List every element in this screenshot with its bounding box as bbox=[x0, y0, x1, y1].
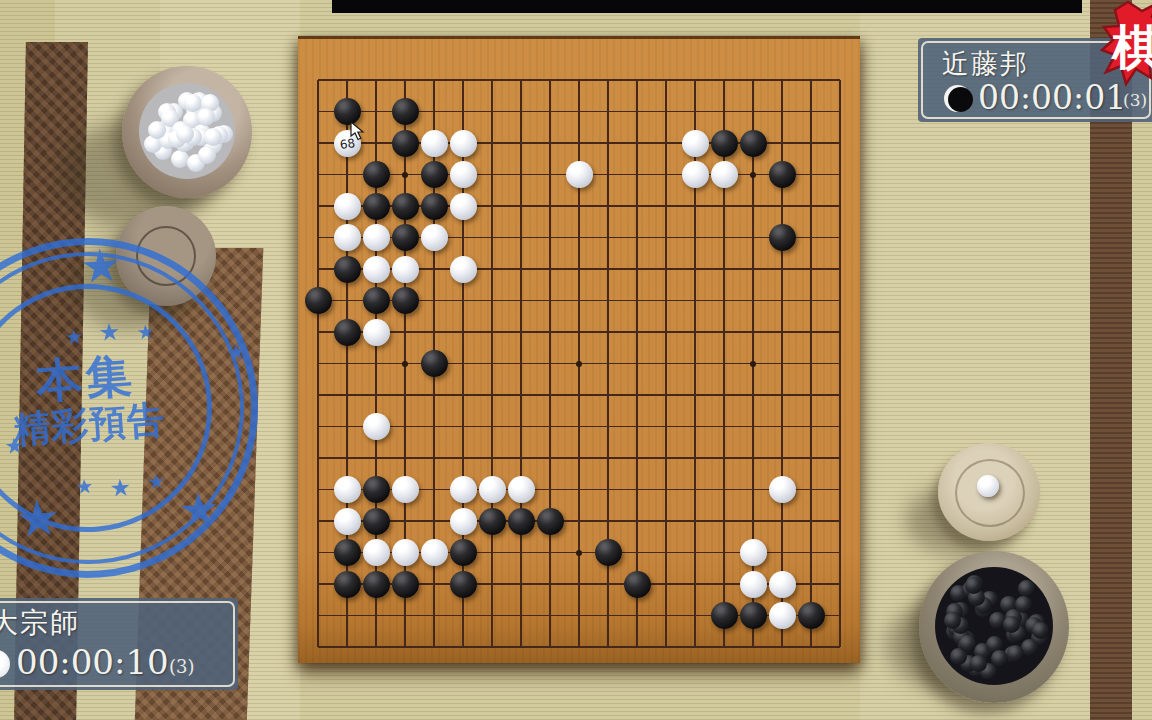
clock-white: 00:00:10 bbox=[16, 642, 169, 682]
white-stone bbox=[450, 476, 477, 503]
star-icon: ★ bbox=[79, 241, 123, 290]
black-stone bbox=[769, 224, 796, 251]
star-icon: ★ bbox=[177, 485, 221, 534]
periods-black: (3) bbox=[1123, 90, 1147, 110]
black-stone bbox=[392, 224, 419, 251]
black-stone bbox=[798, 602, 825, 629]
player-name-white: 大宗師 bbox=[0, 604, 80, 642]
star-point bbox=[402, 361, 408, 367]
episode-preview-stamp: ★ ★ ★ ★ ★ ★ ★ ★ ★ ★ ★ 本集 精彩預告 bbox=[0, 227, 269, 590]
star-icon: ★ bbox=[64, 326, 83, 347]
star-point bbox=[750, 172, 756, 178]
black-stone-in-bowl bbox=[991, 650, 1008, 667]
black-stone bbox=[711, 602, 738, 629]
star-icon: ★ bbox=[136, 321, 155, 342]
black-stone bbox=[624, 571, 651, 598]
grid-line bbox=[636, 80, 637, 647]
white-stone bbox=[566, 161, 593, 188]
black-stone bbox=[363, 571, 390, 598]
white-stone bbox=[334, 476, 361, 503]
channel-logo: 棋 bbox=[1098, 0, 1152, 88]
white-stone bbox=[334, 193, 361, 220]
white-stone bbox=[450, 256, 477, 283]
logo-character: 棋 bbox=[1112, 16, 1152, 80]
white-stone bbox=[450, 508, 477, 535]
black-stone bbox=[363, 193, 390, 220]
white-stone bbox=[769, 602, 796, 629]
black-stone-in-bowl bbox=[1003, 616, 1020, 633]
black-stone-in-bowl bbox=[1007, 645, 1024, 662]
white-stone bbox=[421, 130, 448, 157]
black-stone bbox=[334, 256, 361, 283]
white-stone bbox=[334, 224, 361, 251]
black-stone bbox=[421, 350, 448, 377]
white-stone bbox=[740, 571, 767, 598]
white-stone-bowl-interior bbox=[139, 83, 235, 179]
periods-white: (3) bbox=[169, 656, 195, 677]
black-stone bbox=[479, 508, 506, 535]
black-stone bbox=[363, 476, 390, 503]
white-stone-in-bowl bbox=[198, 146, 216, 164]
black-stone-bowl bbox=[919, 551, 1069, 703]
black-stone bbox=[334, 571, 361, 598]
white-stone bbox=[508, 476, 535, 503]
white-stone bbox=[740, 539, 767, 566]
grid-line bbox=[318, 394, 840, 395]
black-stone bbox=[363, 508, 390, 535]
player-plate-white: 大宗師 00:00:10 (3) bbox=[0, 598, 238, 690]
white-stone bbox=[392, 256, 419, 283]
black-stone bbox=[363, 161, 390, 188]
white-stone-in-bowl bbox=[197, 108, 215, 126]
black-stone bbox=[363, 287, 390, 314]
white-stone bbox=[363, 413, 390, 440]
star-icon: ★ bbox=[98, 320, 121, 345]
star-point bbox=[750, 361, 756, 367]
black-stone bbox=[334, 319, 361, 346]
black-stone-icon bbox=[944, 85, 971, 112]
white-stone bbox=[769, 476, 796, 503]
white-stone bbox=[682, 130, 709, 157]
white-stone-in-bowl bbox=[204, 128, 222, 146]
white-stone bbox=[334, 508, 361, 535]
white-stone bbox=[392, 539, 419, 566]
black-stone bbox=[537, 508, 564, 535]
white-stone bbox=[479, 476, 506, 503]
white-stone bbox=[421, 539, 448, 566]
white-stone bbox=[711, 161, 738, 188]
white-stone bbox=[769, 571, 796, 598]
grid-line bbox=[318, 646, 840, 647]
white-stone bbox=[421, 224, 448, 251]
star-point bbox=[576, 550, 582, 556]
mouse-cursor-icon bbox=[350, 121, 366, 145]
white-stone bbox=[363, 539, 390, 566]
white-stone-icon bbox=[0, 650, 10, 678]
white-stone bbox=[363, 224, 390, 251]
black-stone bbox=[392, 98, 419, 125]
black-stone bbox=[392, 571, 419, 598]
black-stone bbox=[740, 602, 767, 629]
black-stone bbox=[392, 130, 419, 157]
white-stone bbox=[450, 161, 477, 188]
black-stone bbox=[421, 193, 448, 220]
black-stone bbox=[450, 539, 477, 566]
player-name-black: 近藤邦 bbox=[942, 46, 1029, 82]
black-stone bbox=[334, 539, 361, 566]
black-stone bbox=[421, 161, 448, 188]
black-stone bbox=[711, 130, 738, 157]
white-stone-in-bowl bbox=[148, 121, 166, 139]
black-stone bbox=[392, 193, 419, 220]
black-stone bbox=[595, 539, 622, 566]
grid-line bbox=[318, 520, 840, 521]
white-stone bbox=[392, 476, 419, 503]
black-stone-in-bowl bbox=[1032, 622, 1049, 639]
star-point bbox=[402, 172, 408, 178]
bowl-lid-right bbox=[938, 443, 1040, 541]
go-board[interactable]: 68 bbox=[298, 36, 860, 663]
star-icon: ★ bbox=[75, 476, 94, 497]
white-stone bbox=[450, 193, 477, 220]
black-stone-in-bowl bbox=[1018, 580, 1035, 597]
captured-white-stone bbox=[977, 475, 999, 497]
white-stone bbox=[363, 256, 390, 283]
star-icon: ★ bbox=[14, 492, 62, 545]
grid-line bbox=[839, 80, 840, 647]
grid-line bbox=[665, 80, 666, 647]
grid-line bbox=[810, 80, 811, 647]
black-stone-in-bowl bbox=[944, 612, 961, 629]
table-edge-band bbox=[332, 0, 1082, 13]
white-stone bbox=[363, 319, 390, 346]
grid-line bbox=[318, 426, 840, 427]
white-stone-bowl bbox=[122, 66, 252, 198]
black-stone bbox=[305, 287, 332, 314]
star-icon: ★ bbox=[147, 471, 166, 492]
grid-line bbox=[318, 457, 840, 458]
black-stone-in-bowl bbox=[970, 655, 987, 672]
white-stone bbox=[450, 130, 477, 157]
black-stone bbox=[508, 508, 535, 535]
black-stone-bowl-interior bbox=[935, 567, 1053, 685]
star-point bbox=[576, 361, 582, 367]
black-stone bbox=[740, 130, 767, 157]
star-icon: ★ bbox=[109, 475, 132, 500]
black-stone bbox=[769, 161, 796, 188]
black-stone-in-bowl bbox=[1015, 596, 1032, 613]
black-stone bbox=[450, 571, 477, 598]
black-stone bbox=[392, 287, 419, 314]
white-stone bbox=[682, 161, 709, 188]
